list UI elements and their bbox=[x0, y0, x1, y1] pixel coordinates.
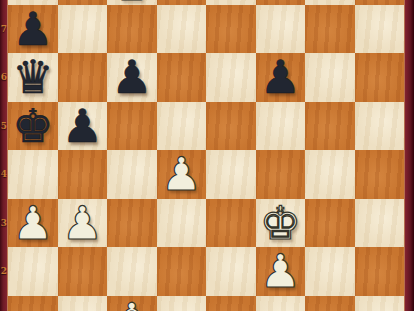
piece-black-pawn-c6: ♟ bbox=[107, 53, 157, 102]
square-e3 bbox=[206, 199, 256, 248]
square-h2 bbox=[355, 247, 405, 296]
square-a7: ♟ bbox=[8, 5, 58, 54]
square-e4 bbox=[206, 150, 256, 199]
square-a3: ♟ bbox=[8, 199, 58, 248]
chess-diagram: ♛♟♛♟♟♚♟♟♟♟♚♟♝ 765432 bbox=[0, 0, 414, 311]
square-a2 bbox=[8, 247, 58, 296]
piece-white-pawn-b3: ♟ bbox=[58, 199, 108, 248]
rank-label-4: 4 bbox=[0, 169, 8, 180]
square-b3: ♟ bbox=[58, 199, 108, 248]
square-c1: ♝ bbox=[107, 296, 157, 311]
square-f5 bbox=[256, 102, 306, 151]
square-b7 bbox=[58, 5, 108, 54]
square-c3 bbox=[107, 199, 157, 248]
square-g6 bbox=[305, 53, 355, 102]
square-g1 bbox=[305, 296, 355, 311]
square-b4 bbox=[58, 150, 108, 199]
square-b5: ♟ bbox=[58, 102, 108, 151]
square-a5: ♚ bbox=[8, 102, 58, 151]
square-b1 bbox=[58, 296, 108, 311]
square-c2 bbox=[107, 247, 157, 296]
square-c5 bbox=[107, 102, 157, 151]
square-d3 bbox=[157, 199, 207, 248]
square-f3: ♚ bbox=[256, 199, 306, 248]
board-right-border bbox=[404, 0, 414, 311]
square-f4 bbox=[256, 150, 306, 199]
rank-label-3: 3 bbox=[0, 218, 8, 229]
piece-white-king-f3: ♚ bbox=[256, 199, 306, 248]
piece-white-bishop-c1: ♝ bbox=[107, 296, 157, 311]
rank-label-7: 7 bbox=[0, 24, 8, 35]
square-e7 bbox=[206, 5, 256, 54]
chessboard: ♛♟♛♟♟♚♟♟♟♟♚♟♝ bbox=[8, 0, 404, 311]
square-f2: ♟ bbox=[256, 247, 306, 296]
board-left-border bbox=[0, 0, 8, 311]
square-h3 bbox=[355, 199, 405, 248]
square-a4 bbox=[8, 150, 58, 199]
square-c4 bbox=[107, 150, 157, 199]
square-d2 bbox=[157, 247, 207, 296]
square-g3 bbox=[305, 199, 355, 248]
square-e1 bbox=[206, 296, 256, 311]
piece-white-pawn-d4: ♟ bbox=[157, 150, 207, 199]
piece-white-pawn-a3: ♟ bbox=[8, 199, 58, 248]
square-a6: ♛ bbox=[8, 53, 58, 102]
square-d5 bbox=[157, 102, 207, 151]
square-b2 bbox=[58, 247, 108, 296]
square-b6 bbox=[58, 53, 108, 102]
square-h7 bbox=[355, 5, 405, 54]
rank-label-6: 6 bbox=[0, 72, 8, 83]
piece-black-king-a5: ♚ bbox=[8, 102, 58, 151]
square-h4 bbox=[355, 150, 405, 199]
square-d6 bbox=[157, 53, 207, 102]
piece-black-pawn-b5: ♟ bbox=[58, 102, 108, 151]
square-f7 bbox=[256, 5, 306, 54]
square-h6 bbox=[355, 53, 405, 102]
rank-label-2: 2 bbox=[0, 266, 8, 277]
square-d7 bbox=[157, 5, 207, 54]
piece-black-pawn-a7: ♟ bbox=[8, 5, 58, 54]
square-d1 bbox=[157, 296, 207, 311]
square-c6: ♟ bbox=[107, 53, 157, 102]
piece-white-pawn-f2: ♟ bbox=[256, 247, 306, 296]
square-h5 bbox=[355, 102, 405, 151]
square-c7 bbox=[107, 5, 157, 54]
piece-black-queen-a6: ♛ bbox=[8, 53, 58, 102]
square-h1 bbox=[355, 296, 405, 311]
square-g7 bbox=[305, 5, 355, 54]
rank-label-5: 5 bbox=[0, 121, 8, 132]
square-e2 bbox=[206, 247, 256, 296]
square-f6: ♟ bbox=[256, 53, 306, 102]
piece-black-pawn-f6: ♟ bbox=[256, 53, 306, 102]
square-e5 bbox=[206, 102, 256, 151]
square-a1 bbox=[8, 296, 58, 311]
square-d4: ♟ bbox=[157, 150, 207, 199]
square-g2 bbox=[305, 247, 355, 296]
square-e6 bbox=[206, 53, 256, 102]
square-g5 bbox=[305, 102, 355, 151]
square-f1 bbox=[256, 296, 306, 311]
square-g4 bbox=[305, 150, 355, 199]
